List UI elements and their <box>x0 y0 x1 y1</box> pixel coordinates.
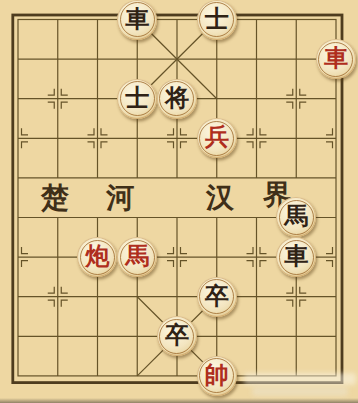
piece-black-advisor[interactable]: 士 <box>197 0 237 40</box>
xiangqi-board: 楚 河 汉 界 車士車士将兵馬炮馬車卒卒帥 <box>0 0 358 403</box>
piece-red-chariot[interactable]: 車 <box>316 39 356 79</box>
watermark-smudge <box>252 387 348 396</box>
red-chariot-glyph: 車 <box>324 46 348 70</box>
black-soldier-glyph: 卒 <box>165 323 189 347</box>
piece-grid: 車士車士将兵馬炮馬車卒卒帥 <box>0 0 356 396</box>
watermark-smudge <box>244 373 356 385</box>
piece-black-general[interactable]: 将 <box>157 79 197 119</box>
piece-black-soldier[interactable]: 卒 <box>197 277 237 317</box>
black-soldier-glyph: 卒 <box>205 284 229 308</box>
black-chariot-glyph: 車 <box>125 7 149 31</box>
piece-black-horse[interactable]: 馬 <box>276 197 316 237</box>
piece-black-chariot[interactable]: 車 <box>276 237 316 277</box>
red-cannon-glyph: 炮 <box>85 244 109 268</box>
black-general-glyph: 将 <box>165 86 189 110</box>
piece-black-chariot[interactable]: 車 <box>117 0 157 40</box>
red-general-glyph: 帥 <box>205 363 229 387</box>
red-horse-glyph: 馬 <box>125 244 149 268</box>
black-advisor-glyph: 士 <box>205 7 229 31</box>
red-soldier-glyph: 兵 <box>205 125 229 149</box>
piece-red-soldier[interactable]: 兵 <box>197 118 237 158</box>
black-horse-glyph: 馬 <box>284 204 308 228</box>
black-advisor-glyph: 士 <box>125 86 149 110</box>
piece-black-advisor[interactable]: 士 <box>117 79 157 119</box>
piece-red-general[interactable]: 帥 <box>197 356 237 396</box>
bottom-edge-shadow <box>0 398 358 403</box>
black-chariot-glyph: 車 <box>284 244 308 268</box>
piece-red-cannon[interactable]: 炮 <box>77 237 117 277</box>
piece-black-soldier[interactable]: 卒 <box>157 316 197 356</box>
piece-red-horse[interactable]: 馬 <box>117 237 157 277</box>
